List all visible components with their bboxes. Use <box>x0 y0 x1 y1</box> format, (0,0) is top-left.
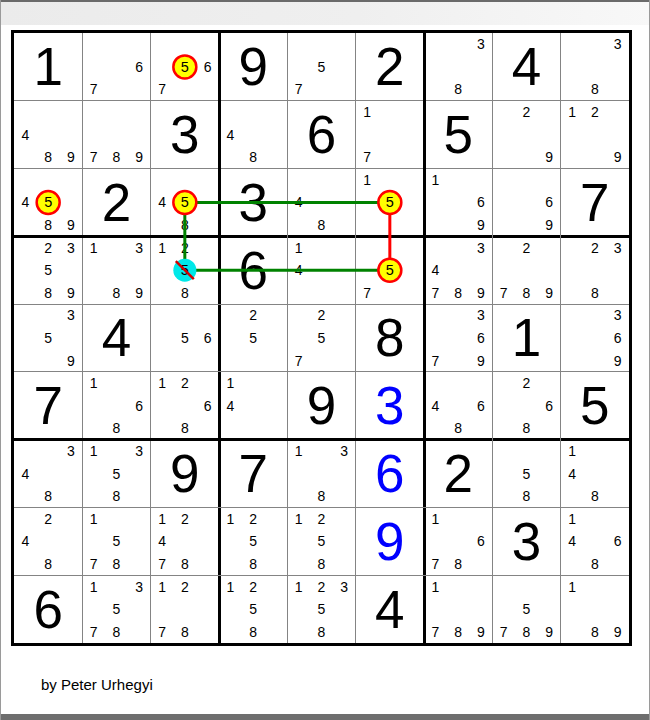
candidate-8: 8 <box>44 557 52 571</box>
cell-r8c3[interactable]: 12478 <box>151 507 219 575</box>
candidate-2: 2 <box>318 580 326 594</box>
candidate-3: 3 <box>477 241 485 255</box>
candidate-5: 5 <box>318 602 326 616</box>
cell-r6c3[interactable]: 1268 <box>151 372 219 440</box>
given-digit: 9 <box>219 33 287 101</box>
cell-r3c6[interactable]: 15 <box>356 169 424 237</box>
candidate-5: 5 <box>113 534 121 548</box>
candidate-7: 7 <box>295 82 303 96</box>
cell-r4c8[interactable]: 2789 <box>492 236 560 304</box>
candidate-1: 1 <box>363 105 371 119</box>
candidate-2: 2 <box>318 308 326 322</box>
cell-r2c4[interactable]: 48 <box>219 101 287 169</box>
candidate-1: 1 <box>568 444 576 458</box>
cell-r8c5[interactable]: 1258 <box>287 507 355 575</box>
candidate-8: 8 <box>454 421 462 435</box>
candidate-1: 1 <box>363 173 371 187</box>
candidate-2: 2 <box>44 241 52 255</box>
candidate-9: 9 <box>545 625 553 639</box>
cell-r1c3[interactable]: 567 <box>151 33 219 101</box>
candidate-2: 2 <box>181 580 189 594</box>
candidate-8: 8 <box>181 218 189 232</box>
toolbar <box>1 0 650 25</box>
candidate-5: 5 <box>181 263 189 277</box>
cell-r4c3[interactable]: 1258 <box>151 236 219 304</box>
cell-r4c9[interactable]: 238 <box>561 236 629 304</box>
candidate-5: 5 <box>44 263 52 277</box>
cell-r5c6[interactable]: 8 <box>356 304 424 372</box>
cell-r8c2[interactable]: 1578 <box>82 507 150 575</box>
candidate-1: 1 <box>158 376 166 390</box>
cell-r1c6[interactable]: 2 <box>356 33 424 101</box>
given-digit: 5 <box>424 101 492 169</box>
candidate-3: 3 <box>135 580 143 594</box>
cell-r2c7[interactable]: 5 <box>424 101 492 169</box>
candidate-7: 7 <box>500 625 508 639</box>
candidate-1: 1 <box>295 444 303 458</box>
candidate-7: 7 <box>431 354 439 368</box>
candidate-6: 6 <box>545 195 553 209</box>
candidate-2: 2 <box>249 512 257 526</box>
candidate-7: 7 <box>158 82 166 96</box>
candidate-9: 9 <box>477 625 485 639</box>
cell-r5c1[interactable]: 359 <box>14 304 82 372</box>
candidate-8: 8 <box>44 218 52 232</box>
given-digit: 9 <box>287 372 355 440</box>
candidate-1: 1 <box>158 580 166 594</box>
cell-r6c7[interactable]: 468 <box>424 372 492 440</box>
cell-r5c3[interactable]: 56 <box>151 304 219 372</box>
candidate-9: 9 <box>67 286 75 300</box>
candidate-8: 8 <box>454 82 462 96</box>
candidate-4: 4 <box>431 399 439 413</box>
cell-r6c1[interactable]: 7 <box>14 372 82 440</box>
candidate-2: 2 <box>249 308 257 322</box>
candidate-1: 1 <box>568 105 576 119</box>
candidate-8: 8 <box>318 489 326 503</box>
candidate-8: 8 <box>318 625 326 639</box>
candidate-1: 1 <box>431 512 439 526</box>
candidate-9: 9 <box>135 286 143 300</box>
candidate-7: 7 <box>90 150 98 164</box>
cell-r1c8[interactable]: 4 <box>492 33 560 101</box>
cell-r9c2[interactable]: 13578 <box>82 575 150 643</box>
candidate-7: 7 <box>431 557 439 571</box>
given-digit: 2 <box>356 33 424 101</box>
solved-digit: 6 <box>356 440 424 508</box>
candidate-8: 8 <box>454 557 462 571</box>
candidate-8: 8 <box>454 625 462 639</box>
candidate-4: 4 <box>431 263 439 277</box>
cell-r3c4[interactable]: 3 <box>219 169 287 237</box>
cell-r3c3[interactable]: 458 <box>151 169 219 237</box>
cell-r7c7[interactable]: 2 <box>424 440 492 508</box>
candidate-8: 8 <box>44 286 52 300</box>
candidate-8: 8 <box>249 150 257 164</box>
candidate-9: 9 <box>135 150 143 164</box>
candidate-1: 1 <box>226 376 234 390</box>
candidate-8: 8 <box>249 557 257 571</box>
candidate-1: 1 <box>431 173 439 187</box>
given-digit: 7 <box>14 372 82 440</box>
candidate-8: 8 <box>113 150 121 164</box>
given-digit: 9 <box>151 440 219 508</box>
cell-r7c8[interactable]: 58 <box>492 440 560 508</box>
candidate-4: 4 <box>158 534 166 548</box>
candidate-1: 1 <box>90 580 98 594</box>
cell-r3c9[interactable]: 7 <box>561 169 629 237</box>
candidate-3: 3 <box>614 37 622 51</box>
status-bar <box>1 714 650 720</box>
candidate-7: 7 <box>363 150 371 164</box>
candidate-6: 6 <box>135 399 143 413</box>
candidate-5: 5 <box>249 331 257 345</box>
candidate-8: 8 <box>113 421 121 435</box>
candidate-5: 5 <box>44 195 52 209</box>
candidate-1: 1 <box>90 444 98 458</box>
cell-r7c5[interactable]: 138 <box>287 440 355 508</box>
cell-r9c1[interactable]: 6 <box>14 575 82 643</box>
candidate-6: 6 <box>204 399 212 413</box>
candidate-9: 9 <box>614 625 622 639</box>
given-digit: 3 <box>219 169 287 237</box>
cell-r2c1[interactable]: 489 <box>14 101 82 169</box>
candidate-9: 9 <box>67 354 75 368</box>
candidate-8: 8 <box>113 625 121 639</box>
cell-r2c3[interactable]: 3 <box>151 101 219 169</box>
candidate-2: 2 <box>181 376 189 390</box>
candidate-8: 8 <box>523 286 531 300</box>
candidate-8: 8 <box>591 489 599 503</box>
cell-r9c6[interactable]: 4 <box>356 575 424 643</box>
candidate-6: 6 <box>545 399 553 413</box>
candidate-6: 6 <box>477 331 485 345</box>
cell-r8c4[interactable]: 1258 <box>219 507 287 575</box>
candidate-9: 9 <box>67 150 75 164</box>
given-digit: 1 <box>14 33 82 101</box>
candidate-8: 8 <box>44 489 52 503</box>
cell-r6c9[interactable]: 5 <box>561 372 629 440</box>
cell-r2c6[interactable]: 17 <box>356 101 424 169</box>
cell-r9c9[interactable]: 189 <box>561 575 629 643</box>
candidate-9: 9 <box>477 218 485 232</box>
candidate-2: 2 <box>523 241 531 255</box>
cell-r5c2[interactable]: 4 <box>82 304 150 372</box>
given-digit: 5 <box>561 372 629 440</box>
candidate-3: 3 <box>135 444 143 458</box>
candidate-8: 8 <box>181 625 189 639</box>
candidate-4: 4 <box>226 399 234 413</box>
author-credit: by Peter Urhegyi <box>41 676 153 693</box>
candidate-1: 1 <box>295 512 303 526</box>
given-digit: 7 <box>561 169 629 237</box>
given-digit: 4 <box>82 304 150 372</box>
candidate-4: 4 <box>21 534 29 548</box>
cell-r7c9[interactable]: 148 <box>561 440 629 508</box>
candidate-7: 7 <box>431 286 439 300</box>
cell-r8c8[interactable]: 3 <box>492 507 560 575</box>
candidate-2: 2 <box>591 105 599 119</box>
cell-r1c4[interactable]: 9 <box>219 33 287 101</box>
candidate-4: 4 <box>226 128 234 142</box>
candidate-8: 8 <box>181 557 189 571</box>
cell-r9c5[interactable]: 12358 <box>287 575 355 643</box>
cell-r4c6[interactable]: 57 <box>356 236 424 304</box>
candidate-8: 8 <box>591 625 599 639</box>
candidate-5: 5 <box>318 60 326 74</box>
candidate-6: 6 <box>477 399 485 413</box>
candidate-5: 5 <box>318 534 326 548</box>
cell-r1c5[interactable]: 57 <box>287 33 355 101</box>
candidate-8: 8 <box>249 625 257 639</box>
cell-r9c4[interactable]: 1258 <box>219 575 287 643</box>
candidate-5: 5 <box>181 60 189 74</box>
candidate-8: 8 <box>113 489 121 503</box>
candidate-8: 8 <box>523 421 531 435</box>
candidate-6: 6 <box>204 60 212 74</box>
candidate-5: 5 <box>249 602 257 616</box>
candidate-5: 5 <box>318 331 326 345</box>
candidate-1: 1 <box>158 512 166 526</box>
candidate-4: 4 <box>295 195 303 209</box>
cell-r2c5[interactable]: 6 <box>287 101 355 169</box>
candidate-7: 7 <box>295 354 303 368</box>
candidate-9: 9 <box>614 150 622 164</box>
candidate-1: 1 <box>158 241 166 255</box>
candidate-8: 8 <box>318 218 326 232</box>
candidate-3: 3 <box>340 580 348 594</box>
candidate-7: 7 <box>431 625 439 639</box>
cell-r7c6[interactable]: 6 <box>356 440 424 508</box>
candidate-5: 5 <box>249 534 257 548</box>
cell-r8c7[interactable]: 1678 <box>424 507 492 575</box>
cell-r5c9[interactable]: 369 <box>561 304 629 372</box>
candidate-2: 2 <box>44 512 52 526</box>
candidate-6: 6 <box>477 195 485 209</box>
candidate-6: 6 <box>477 534 485 548</box>
candidate-5: 5 <box>523 467 531 481</box>
candidate-1: 1 <box>295 580 303 594</box>
candidate-3: 3 <box>135 241 143 255</box>
cell-r2c8[interactable]: 29 <box>492 101 560 169</box>
cell-r3c8[interactable]: 69 <box>492 169 560 237</box>
cell-r6c2[interactable]: 168 <box>82 372 150 440</box>
candidate-7: 7 <box>500 286 508 300</box>
candidate-1: 1 <box>568 512 576 526</box>
cell-r5c5[interactable]: 257 <box>287 304 355 372</box>
candidate-8: 8 <box>318 557 326 571</box>
candidate-8: 8 <box>181 286 189 300</box>
candidate-9: 9 <box>477 354 485 368</box>
cell-r9c3[interactable]: 1278 <box>151 575 219 643</box>
cell-r9c8[interactable]: 5789 <box>492 575 560 643</box>
given-digit: 2 <box>424 440 492 508</box>
candidate-8: 8 <box>523 625 531 639</box>
cell-r8c6[interactable]: 9 <box>356 507 424 575</box>
candidate-5: 5 <box>44 331 52 345</box>
candidate-3: 3 <box>67 444 75 458</box>
candidate-3: 3 <box>477 308 485 322</box>
given-digit: 1 <box>492 304 560 372</box>
cell-r3c2[interactable]: 2 <box>82 169 150 237</box>
candidate-4: 4 <box>568 467 576 481</box>
sudoku-board: 1675679572384384897893486175291294589245… <box>11 30 632 646</box>
candidate-7: 7 <box>90 82 98 96</box>
candidate-7: 7 <box>90 557 98 571</box>
application-window: 1675679572384384897893486175291294589245… <box>0 0 650 720</box>
candidate-6: 6 <box>204 331 212 345</box>
given-digit: 6 <box>14 575 82 643</box>
cell-r7c4[interactable]: 7 <box>219 440 287 508</box>
candidate-9: 9 <box>545 286 553 300</box>
candidate-1: 1 <box>568 580 576 594</box>
candidate-4: 4 <box>158 195 166 209</box>
candidate-5: 5 <box>386 195 394 209</box>
given-digit: 4 <box>356 575 424 643</box>
candidate-5: 5 <box>113 467 121 481</box>
candidate-4: 4 <box>21 195 29 209</box>
candidate-5: 5 <box>181 331 189 345</box>
given-digit: 3 <box>492 507 560 575</box>
candidate-9: 9 <box>67 218 75 232</box>
candidate-2: 2 <box>318 512 326 526</box>
cell-r3c7[interactable]: 169 <box>424 169 492 237</box>
candidate-3: 3 <box>67 241 75 255</box>
solved-digit: 3 <box>356 372 424 440</box>
candidate-5: 5 <box>113 602 121 616</box>
given-digit: 7 <box>219 440 287 508</box>
cell-r2c9[interactable]: 129 <box>561 101 629 169</box>
candidate-1: 1 <box>90 241 98 255</box>
candidate-1: 1 <box>431 580 439 594</box>
candidate-9: 9 <box>477 286 485 300</box>
cell-r6c5[interactable]: 9 <box>287 372 355 440</box>
cell-r7c2[interactable]: 1358 <box>82 440 150 508</box>
candidate-8: 8 <box>181 421 189 435</box>
cell-r8c9[interactable]: 1468 <box>561 507 629 575</box>
cell-r6c6[interactable]: 3 <box>356 372 424 440</box>
cell-r4c4[interactable]: 6 <box>219 236 287 304</box>
cell-r7c3[interactable]: 9 <box>151 440 219 508</box>
candidate-1: 1 <box>90 376 98 390</box>
cell-r1c2[interactable]: 67 <box>82 33 150 101</box>
candidate-6: 6 <box>135 60 143 74</box>
cell-r7c1[interactable]: 348 <box>14 440 82 508</box>
cell-r4c7[interactable]: 34789 <box>424 236 492 304</box>
cell-r4c5[interactable]: 14 <box>287 236 355 304</box>
cell-r6c4[interactable]: 14 <box>219 372 287 440</box>
given-digit: 3 <box>151 101 219 169</box>
candidate-8: 8 <box>523 489 531 503</box>
candidate-9: 9 <box>545 218 553 232</box>
candidate-2: 2 <box>181 241 189 255</box>
candidate-3: 3 <box>477 37 485 51</box>
candidate-1: 1 <box>295 241 303 255</box>
candidate-7: 7 <box>90 625 98 639</box>
candidate-2: 2 <box>523 376 531 390</box>
given-digit: 6 <box>219 236 287 304</box>
candidate-2: 2 <box>591 241 599 255</box>
cell-r1c7[interactable]: 38 <box>424 33 492 101</box>
candidate-3: 3 <box>614 308 622 322</box>
candidate-8: 8 <box>591 557 599 571</box>
candidate-4: 4 <box>295 263 303 277</box>
candidate-6: 6 <box>614 331 622 345</box>
candidate-2: 2 <box>181 512 189 526</box>
candidate-3: 3 <box>614 241 622 255</box>
candidate-5: 5 <box>386 263 394 277</box>
candidate-9: 9 <box>545 150 553 164</box>
candidate-7: 7 <box>158 625 166 639</box>
candidate-9: 9 <box>614 354 622 368</box>
candidate-4: 4 <box>21 467 29 481</box>
cell-r4c2[interactable]: 1389 <box>82 236 150 304</box>
cell-r5c4[interactable]: 25 <box>219 304 287 372</box>
cell-r3c5[interactable]: 48 <box>287 169 355 237</box>
candidate-4: 4 <box>21 128 29 142</box>
candidate-8: 8 <box>591 82 599 96</box>
cell-r9c7[interactable]: 1789 <box>424 575 492 643</box>
candidate-7: 7 <box>363 286 371 300</box>
cell-r1c9[interactable]: 38 <box>561 33 629 101</box>
candidate-2: 2 <box>249 580 257 594</box>
candidate-8: 8 <box>44 150 52 164</box>
cell-r5c8[interactable]: 1 <box>492 304 560 372</box>
cell-r2c2[interactable]: 789 <box>82 101 150 169</box>
candidate-5: 5 <box>181 195 189 209</box>
candidate-8: 8 <box>454 286 462 300</box>
cell-r4c1[interactable]: 23589 <box>14 236 82 304</box>
cell-r3c1[interactable]: 4589 <box>14 169 82 237</box>
candidate-2: 2 <box>523 105 531 119</box>
given-digit: 4 <box>492 33 560 101</box>
candidate-8: 8 <box>113 286 121 300</box>
candidate-7: 7 <box>158 557 166 571</box>
candidate-3: 3 <box>340 444 348 458</box>
candidate-1: 1 <box>226 580 234 594</box>
given-digit: 6 <box>287 101 355 169</box>
candidate-4: 4 <box>568 534 576 548</box>
candidate-6: 6 <box>614 534 622 548</box>
candidate-5: 5 <box>523 602 531 616</box>
candidate-8: 8 <box>113 557 121 571</box>
given-digit: 2 <box>82 169 150 237</box>
cell-r1c1[interactable]: 1 <box>14 33 82 101</box>
cell-r5c7[interactable]: 3679 <box>424 304 492 372</box>
candidate-3: 3 <box>67 308 75 322</box>
cell-r8c1[interactable]: 248 <box>14 507 82 575</box>
cell-r6c8[interactable]: 268 <box>492 372 560 440</box>
given-digit: 8 <box>356 304 424 372</box>
candidate-1: 1 <box>90 512 98 526</box>
candidate-1: 1 <box>226 512 234 526</box>
candidate-8: 8 <box>591 286 599 300</box>
solved-digit: 9 <box>356 507 424 575</box>
